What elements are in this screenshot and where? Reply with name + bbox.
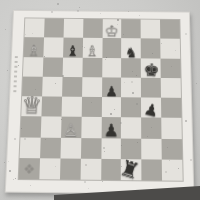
square-d2 — [81, 138, 102, 159]
square-c8 — [63, 19, 83, 38]
square-h1 — [162, 159, 183, 180]
square-c7: ♝ — [63, 38, 83, 58]
square-g1 — [142, 159, 163, 180]
square-e8: ♔ — [102, 19, 121, 38]
square-g3 — [141, 118, 161, 139]
square-f4 — [121, 97, 141, 117]
piece-black-king-g6: ♚ — [143, 61, 160, 80]
piece-black-bishop-c7: ♝ — [66, 44, 80, 58]
board-sheet: ♔♗♝♗♞♚♟♕♟♙♟❖♜ — [5, 10, 195, 195]
piece-black-pawn-e3: ♟ — [103, 122, 119, 139]
square-e3: ♟ — [101, 117, 121, 138]
square-b7 — [43, 38, 63, 58]
square-d7: ♗ — [82, 38, 102, 58]
piece-white-queen-a4: ♕ — [21, 94, 43, 117]
square-c5 — [62, 77, 82, 97]
square-d8 — [83, 19, 103, 38]
square-f6 — [121, 58, 141, 78]
square-b5 — [42, 77, 62, 97]
square-a4: ♕ — [21, 96, 42, 116]
square-e5: ♟ — [102, 77, 122, 97]
square-e7 — [102, 38, 122, 58]
square-h6 — [161, 58, 181, 78]
square-h5 — [161, 78, 181, 98]
piece-white-king-e8: ♔ — [105, 24, 119, 39]
square-h4 — [161, 98, 181, 118]
square-h2 — [162, 138, 183, 159]
square-f2 — [121, 138, 141, 159]
piece-white-pawn-c3: ♙ — [63, 121, 79, 138]
square-b2 — [40, 137, 61, 158]
square-g2 — [141, 138, 161, 159]
square-g4: ♟ — [141, 97, 161, 117]
square-f7: ♞ — [121, 38, 141, 58]
square-e6 — [102, 58, 122, 78]
square-a1: ❖ — [19, 158, 40, 179]
chess-board-grid: ♔♗♝♗♞♚♟♕♟♙♟❖♜ — [19, 18, 183, 180]
square-f5 — [121, 77, 141, 97]
square-b6 — [43, 57, 63, 77]
square-d4 — [81, 97, 101, 117]
square-d1 — [80, 158, 101, 179]
piece-black-rook-f1: ♜ — [117, 157, 142, 184]
square-h7 — [160, 39, 180, 59]
square-d6 — [82, 57, 102, 77]
square-g5 — [141, 78, 161, 98]
square-b3 — [41, 117, 62, 138]
square-a8 — [25, 18, 45, 37]
square-g8 — [141, 20, 161, 39]
square-a3 — [20, 116, 41, 137]
board-edge-branding — [13, 56, 18, 95]
square-e4 — [101, 97, 121, 117]
square-c6 — [62, 57, 82, 77]
square-a2 — [20, 137, 41, 158]
square-b4 — [41, 96, 62, 116]
square-a5 — [22, 76, 43, 96]
board-corner-ornament: ❖ — [23, 162, 35, 176]
square-d5 — [82, 77, 102, 97]
square-g6: ♚ — [141, 58, 161, 78]
square-a7: ♗ — [24, 37, 44, 57]
square-c3: ♙ — [61, 117, 82, 138]
square-a6 — [23, 57, 43, 77]
piece-white-bishop-a7: ♗ — [27, 43, 41, 57]
square-f1: ♜ — [121, 159, 141, 180]
square-g7 — [141, 39, 161, 59]
square-c2 — [60, 137, 81, 158]
square-e1 — [101, 159, 122, 180]
square-c1 — [60, 158, 81, 179]
square-h8 — [160, 20, 180, 39]
square-c4 — [61, 97, 81, 117]
square-f8 — [122, 19, 141, 38]
square-f3 — [121, 117, 141, 138]
square-b1 — [39, 158, 60, 179]
square-h3 — [161, 118, 181, 139]
square-d3 — [81, 117, 101, 138]
square-e2 — [101, 138, 121, 159]
square-b8 — [44, 19, 64, 38]
piece-white-bishop-d7: ♗ — [86, 44, 99, 58]
chess-board-photo: ♔♗♝♗♞♚♟♕♟♙♟❖♜ — [0, 0, 200, 200]
